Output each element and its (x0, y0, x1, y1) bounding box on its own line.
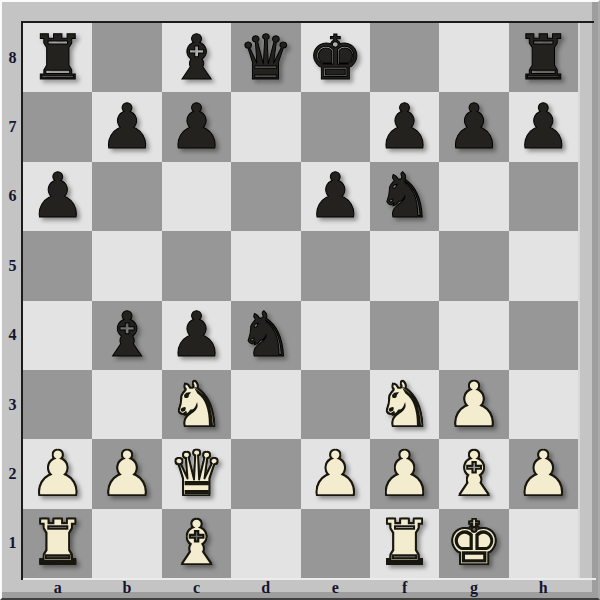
square-h8[interactable]: ♜ (509, 23, 578, 92)
rank-label-7: 7 (4, 92, 21, 161)
square-b4[interactable]: ♝ (92, 301, 161, 370)
rank-label-2: 2 (4, 439, 21, 508)
square-h1[interactable] (509, 509, 578, 578)
white-king[interactable]: ♚ (446, 512, 502, 574)
square-d4[interactable]: ♞ (231, 301, 300, 370)
rank-label-5: 5 (4, 231, 21, 300)
file-label-e: e (301, 579, 370, 597)
square-g3[interactable]: ♟ (439, 370, 508, 439)
square-c5[interactable] (162, 231, 231, 300)
file-label-a: a (23, 579, 92, 597)
white-knight[interactable]: ♞ (377, 374, 433, 436)
square-b5[interactable] (92, 231, 161, 300)
white-pawn[interactable]: ♟ (446, 374, 502, 436)
file-label-c: c (162, 579, 231, 597)
black-knight[interactable]: ♞ (238, 304, 294, 366)
square-d3[interactable] (231, 370, 300, 439)
square-c7[interactable]: ♟ (162, 92, 231, 161)
square-a2[interactable]: ♟ (23, 439, 92, 508)
square-h6[interactable] (509, 162, 578, 231)
black-pawn[interactable]: ♟ (516, 96, 572, 158)
square-d2[interactable] (231, 439, 300, 508)
square-c3[interactable]: ♞ (162, 370, 231, 439)
square-b7[interactable]: ♟ (92, 92, 161, 161)
rank-label-1: 1 (4, 509, 21, 578)
square-g6[interactable] (439, 162, 508, 231)
square-h3[interactable] (509, 370, 578, 439)
square-e2[interactable]: ♟ (301, 439, 370, 508)
square-f3[interactable]: ♞ (370, 370, 439, 439)
square-f7[interactable]: ♟ (370, 92, 439, 161)
file-label-f: f (370, 579, 439, 597)
square-b1[interactable] (92, 509, 161, 578)
square-f1[interactable]: ♜ (370, 509, 439, 578)
white-bishop[interactable]: ♝ (169, 512, 225, 574)
square-h7[interactable]: ♟ (509, 92, 578, 161)
square-g5[interactable] (439, 231, 508, 300)
square-d1[interactable] (231, 509, 300, 578)
white-queen[interactable]: ♛ (169, 443, 225, 505)
square-e5[interactable] (301, 231, 370, 300)
square-b2[interactable]: ♟ (92, 439, 161, 508)
rank-label-4: 4 (4, 301, 21, 370)
white-pawn[interactable]: ♟ (516, 443, 572, 505)
black-rook[interactable]: ♜ (516, 27, 572, 89)
rank-label-6: 6 (4, 162, 21, 231)
chess-board: ♜♝♛♚♜♟♟♟♟♟♟♟♞♝♟♞♞♞♟♟♟♛♟♟♝♟♜♝♜♚ (23, 23, 578, 578)
file-label-g: g (439, 579, 508, 597)
black-pawn[interactable]: ♟ (169, 304, 225, 366)
black-pawn[interactable]: ♟ (377, 96, 433, 158)
board-frame: 87654321 ♜♝♛♚♜♟♟♟♟♟♟♟♞♝♟♞♞♞♟♟♟♛♟♟♝♟♜♝♜♚ … (0, 0, 600, 600)
square-d6[interactable] (231, 162, 300, 231)
square-a4[interactable] (23, 301, 92, 370)
file-labels: abcdefgh (23, 579, 578, 596)
square-h4[interactable] (509, 301, 578, 370)
file-label-h: h (509, 579, 578, 597)
square-d8[interactable]: ♛ (231, 23, 300, 92)
square-g1[interactable]: ♚ (439, 509, 508, 578)
black-bishop[interactable]: ♝ (99, 304, 155, 366)
square-h2[interactable]: ♟ (509, 439, 578, 508)
black-pawn[interactable]: ♟ (99, 96, 155, 158)
square-c2[interactable]: ♛ (162, 439, 231, 508)
square-b8[interactable] (92, 23, 161, 92)
square-a7[interactable] (23, 92, 92, 161)
black-knight[interactable]: ♞ (377, 165, 433, 227)
square-e6[interactable]: ♟ (301, 162, 370, 231)
square-a6[interactable]: ♟ (23, 162, 92, 231)
square-c4[interactable]: ♟ (162, 301, 231, 370)
square-f6[interactable]: ♞ (370, 162, 439, 231)
square-e7[interactable] (301, 92, 370, 161)
square-a5[interactable] (23, 231, 92, 300)
black-rook[interactable]: ♜ (30, 27, 86, 89)
white-pawn[interactable]: ♟ (30, 443, 86, 505)
rank-label-8: 8 (4, 23, 21, 92)
black-pawn[interactable]: ♟ (307, 165, 363, 227)
square-h5[interactable] (509, 231, 578, 300)
square-g8[interactable] (439, 23, 508, 92)
board-border-right (578, 23, 580, 578)
square-f2[interactable]: ♟ (370, 439, 439, 508)
square-d7[interactable] (231, 92, 300, 161)
black-queen[interactable]: ♛ (238, 27, 294, 89)
square-a3[interactable] (23, 370, 92, 439)
square-b6[interactable] (92, 162, 161, 231)
black-pawn[interactable]: ♟ (169, 96, 225, 158)
square-g2[interactable]: ♝ (439, 439, 508, 508)
square-e8[interactable]: ♚ (301, 23, 370, 92)
black-bishop[interactable]: ♝ (169, 27, 225, 89)
white-pawn[interactable]: ♟ (99, 443, 155, 505)
square-d5[interactable] (231, 231, 300, 300)
square-b3[interactable] (92, 370, 161, 439)
white-bishop[interactable]: ♝ (446, 443, 502, 505)
white-rook[interactable]: ♜ (377, 512, 433, 574)
square-g4[interactable] (439, 301, 508, 370)
file-label-b: b (92, 579, 161, 597)
square-f8[interactable] (370, 23, 439, 92)
square-f5[interactable] (370, 231, 439, 300)
rank-labels: 87654321 (4, 23, 21, 578)
rank-label-3: 3 (4, 370, 21, 439)
white-pawn[interactable]: ♟ (307, 443, 363, 505)
black-pawn[interactable]: ♟ (446, 96, 502, 158)
square-c8[interactable]: ♝ (162, 23, 231, 92)
square-a1[interactable]: ♜ (23, 509, 92, 578)
square-e4[interactable] (301, 301, 370, 370)
black-pawn[interactable]: ♟ (30, 165, 86, 227)
square-e3[interactable] (301, 370, 370, 439)
black-king[interactable]: ♚ (307, 27, 363, 89)
square-a8[interactable]: ♜ (23, 23, 92, 92)
square-f4[interactable] (370, 301, 439, 370)
square-c6[interactable] (162, 162, 231, 231)
white-pawn[interactable]: ♟ (377, 443, 433, 505)
square-c1[interactable]: ♝ (162, 509, 231, 578)
white-rook[interactable]: ♜ (30, 512, 86, 574)
white-knight[interactable]: ♞ (169, 374, 225, 436)
square-g7[interactable]: ♟ (439, 92, 508, 161)
file-label-d: d (231, 579, 300, 597)
square-e1[interactable] (301, 509, 370, 578)
